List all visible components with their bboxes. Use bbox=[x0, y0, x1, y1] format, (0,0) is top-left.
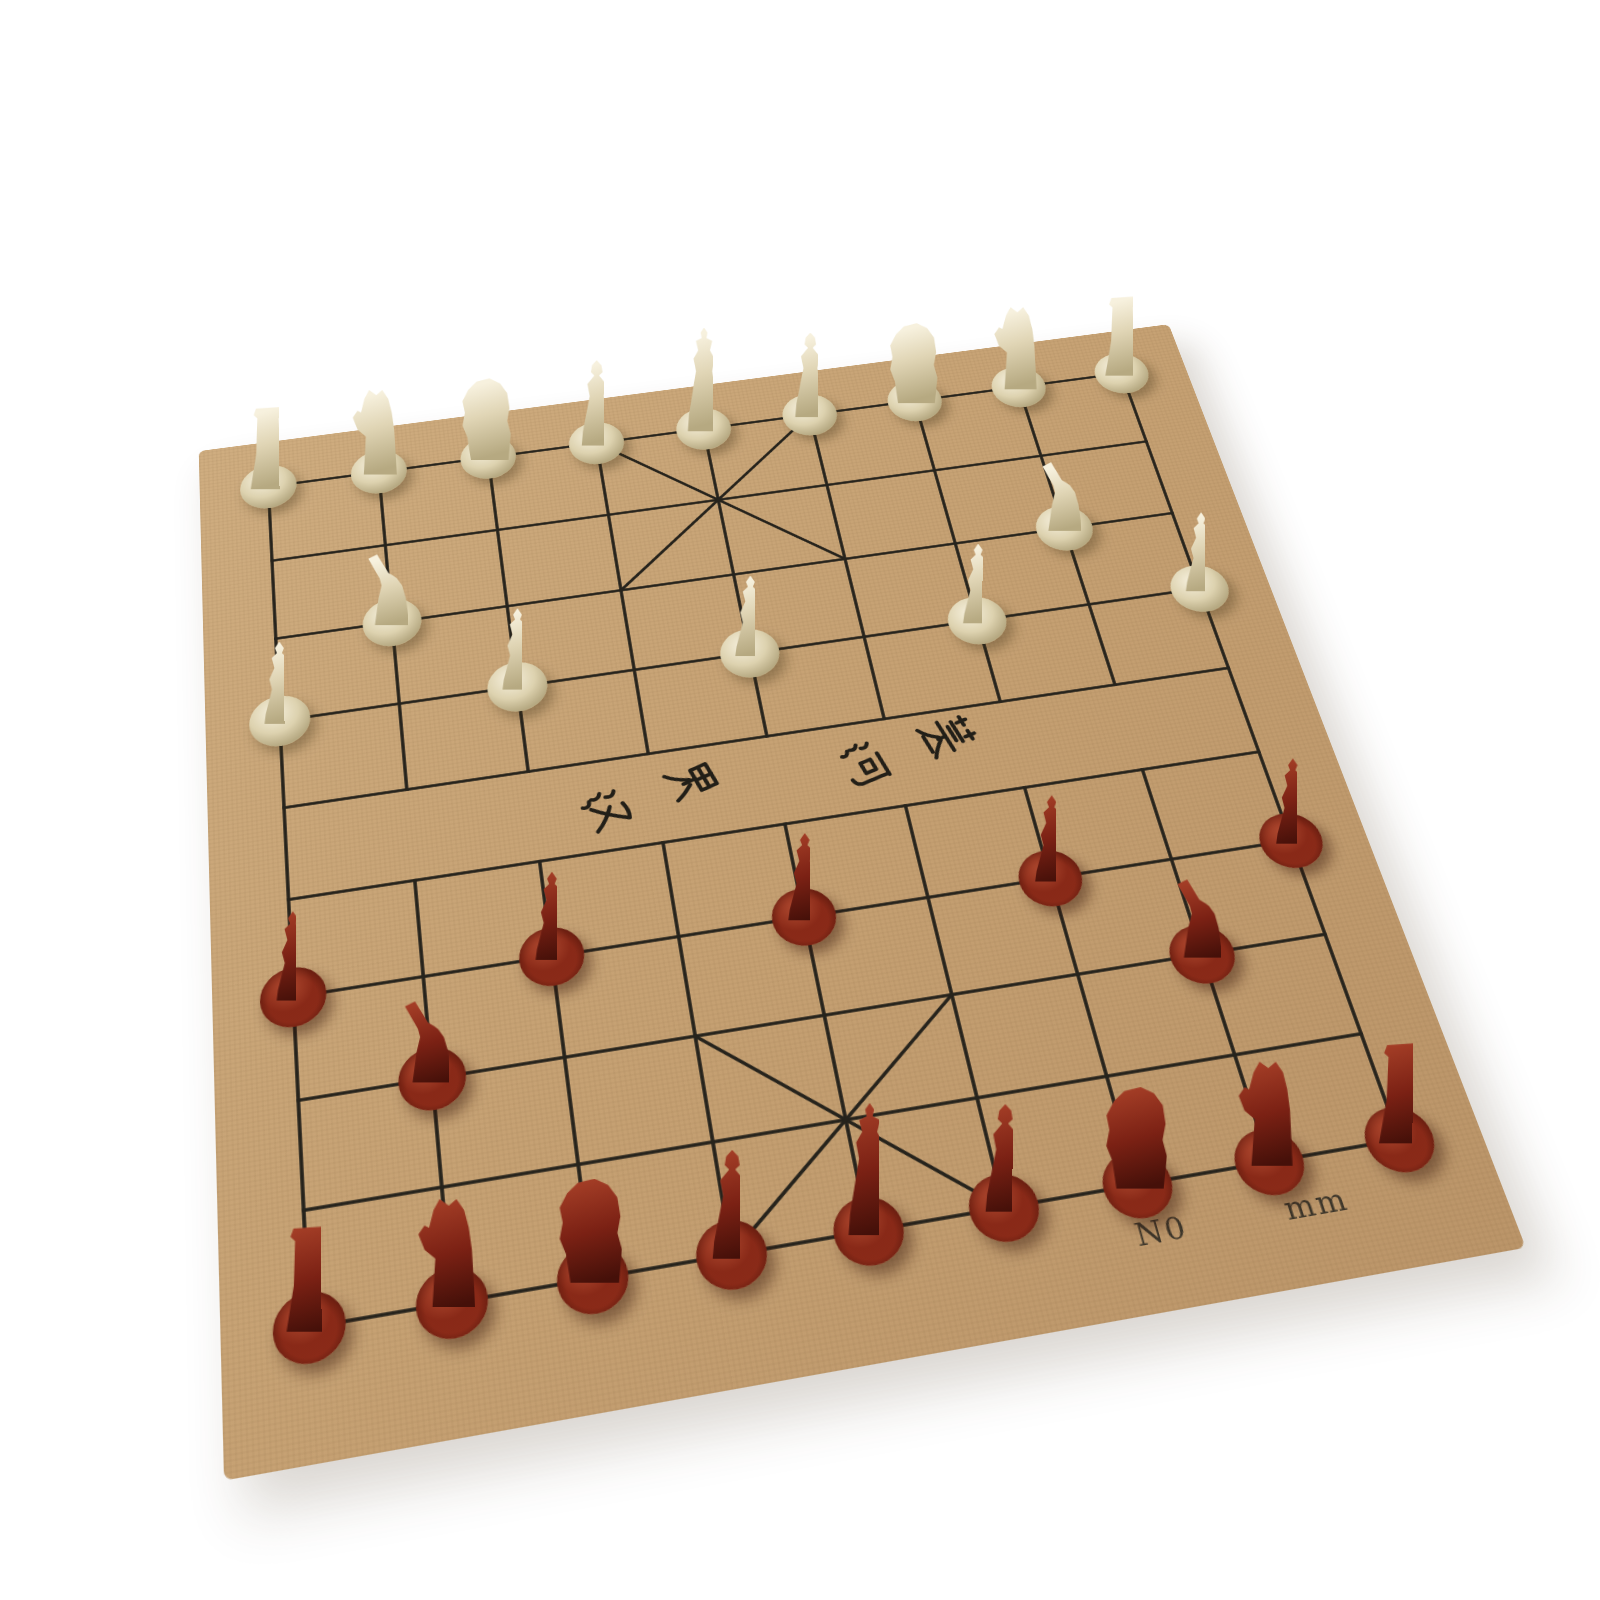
board-intersection bbox=[910, 574, 1045, 669]
board-tilt-wrapper: N0 mm bbox=[199, 324, 1526, 1480]
board-intersection bbox=[685, 605, 817, 702]
board-intersection bbox=[377, 1232, 529, 1376]
piece-figure-soldier bbox=[247, 642, 312, 724]
board-intersection bbox=[644, 388, 765, 471]
board-intersection bbox=[212, 444, 327, 531]
board-intersection bbox=[733, 860, 877, 975]
board-intersection bbox=[1125, 896, 1280, 1014]
board-intersection bbox=[790, 1163, 950, 1301]
piece-figure-cannon bbox=[1169, 879, 1239, 957]
board-intersection bbox=[749, 374, 871, 457]
board-intersection bbox=[977, 823, 1125, 935]
board-intersection bbox=[654, 1186, 811, 1326]
board-intersection bbox=[853, 360, 977, 442]
board-intersection bbox=[226, 938, 362, 1059]
board-intersection bbox=[331, 575, 454, 670]
board-intersection bbox=[236, 1256, 385, 1402]
board-intersection bbox=[362, 1016, 504, 1143]
piece-figure-soldier bbox=[771, 833, 839, 920]
piece-figure-soldier bbox=[258, 911, 329, 1000]
board-intersection bbox=[454, 638, 582, 738]
product-photo-scene: N0 mm bbox=[0, 0, 1600, 1600]
board-intersection bbox=[218, 671, 342, 773]
board-intersection bbox=[482, 898, 622, 1016]
board-intersection bbox=[537, 402, 656, 486]
piece-figure-soldier bbox=[1259, 758, 1326, 843]
board-intersection bbox=[430, 416, 548, 501]
xiangqi-board-cloth: N0 mm bbox=[199, 324, 1526, 1480]
board-intersection bbox=[516, 1209, 671, 1351]
